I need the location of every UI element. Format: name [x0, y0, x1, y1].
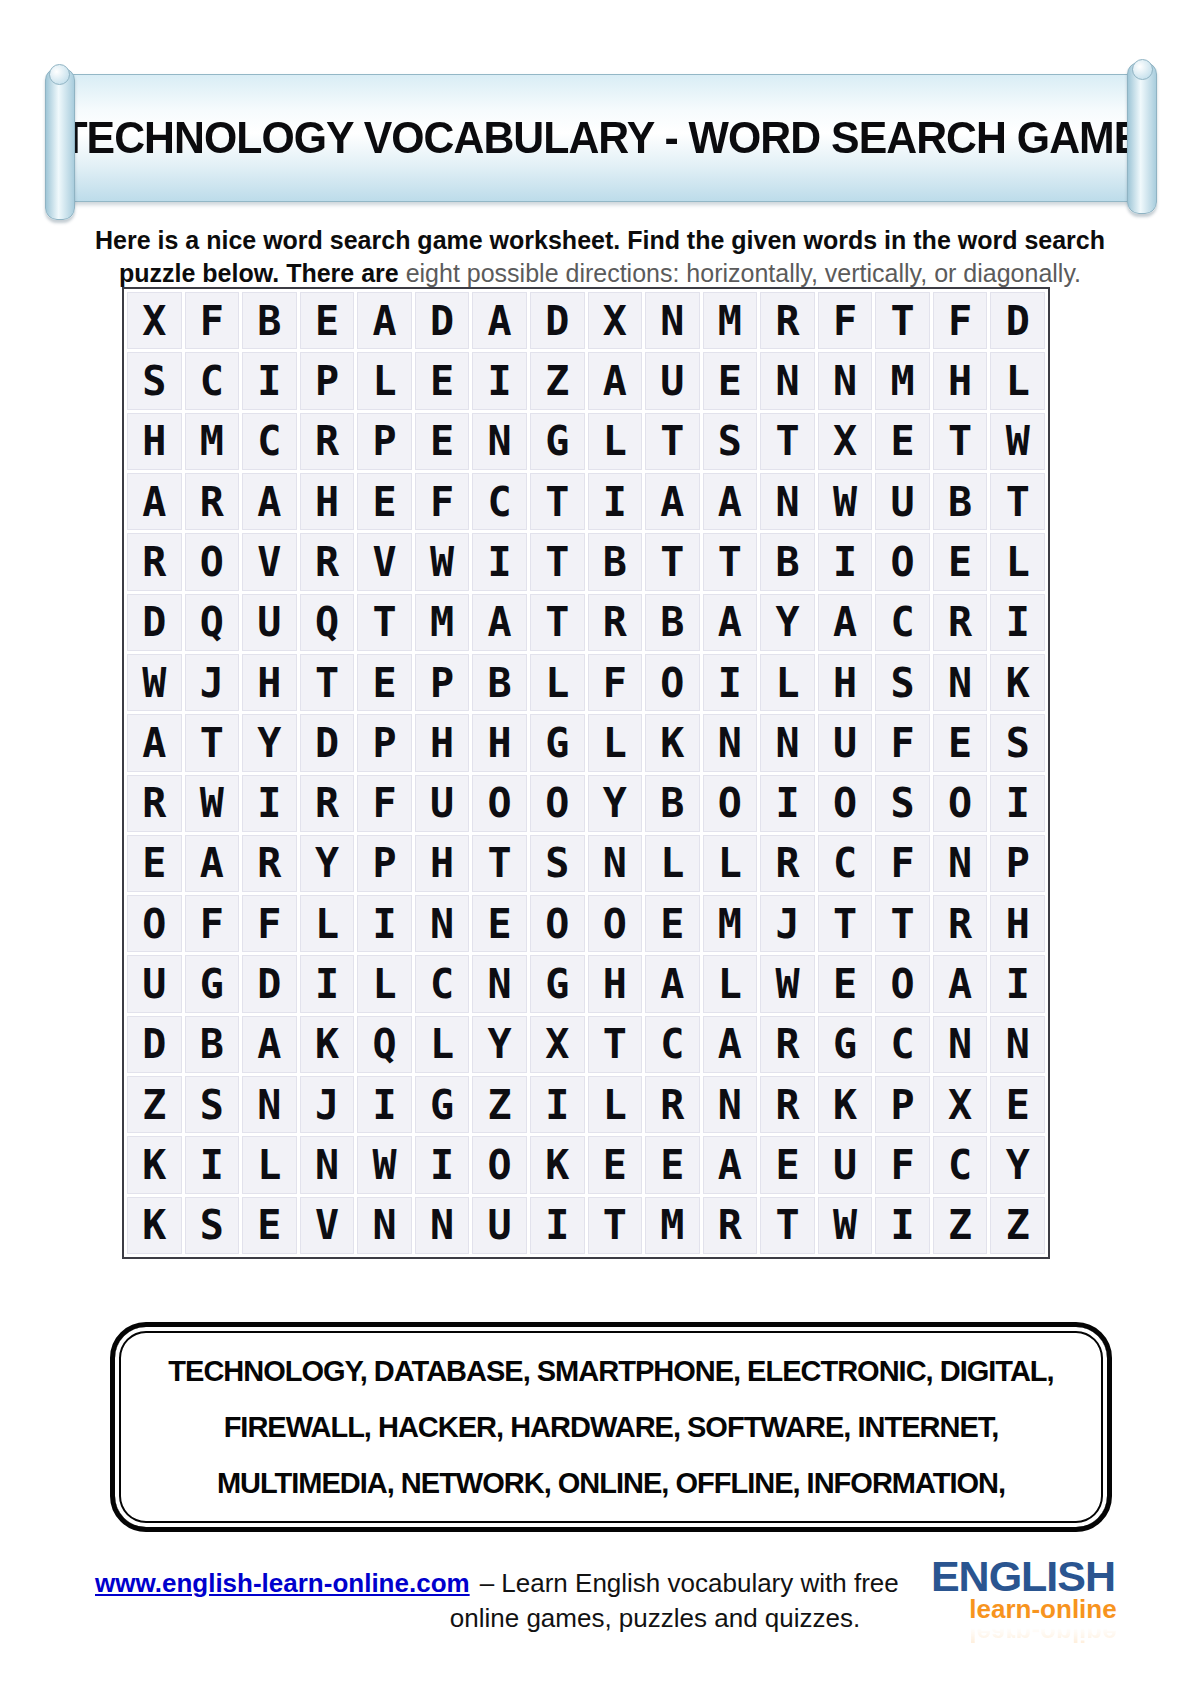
scroll-right-roll [1127, 62, 1157, 214]
grid-cell[interactable]: T [300, 654, 355, 711]
grid-cell[interactable]: P [875, 1076, 930, 1133]
grid-cell[interactable]: L [588, 413, 643, 470]
page-title: TECHNOLOGY VOCABULARY - WORD SEARCH GAME [61, 112, 1141, 164]
grid-cell[interactable]: T [185, 714, 240, 771]
grid-cell[interactable]: X [818, 413, 873, 470]
grid-cell[interactable]: P [415, 654, 470, 711]
grid-cell[interactable]: P [357, 835, 412, 892]
grid-cell[interactable]: D [530, 292, 585, 349]
grid-cell[interactable]: I [242, 352, 297, 409]
website-link[interactable]: www.english-learn-online.com [95, 1568, 470, 1598]
grid-cell[interactable]: A [242, 1016, 297, 1073]
intro-text: Here is a nice word search game workshee… [30, 224, 1170, 290]
grid-cell[interactable]: I [472, 533, 527, 590]
grid-cell[interactable]: A [472, 594, 527, 651]
grid-cell[interactable]: T [760, 413, 815, 470]
grid-cell[interactable]: I [818, 533, 873, 590]
grid-cell[interactable]: E [703, 352, 758, 409]
grid-cell[interactable]: T [588, 1016, 643, 1073]
grid-cell[interactable]: I [875, 1197, 930, 1254]
site-logo: ENGLISH learn-online learn-online [918, 1554, 1128, 1646]
grid-cell[interactable]: M [185, 413, 240, 470]
grid-cell[interactable]: A [242, 473, 297, 530]
word-list-line: TECHNOLOGY, DATABASE, SMARTPHONE, ELECTR… [115, 1343, 1107, 1399]
grid-cell[interactable]: I [990, 775, 1045, 832]
grid-cell[interactable]: A [645, 473, 700, 530]
grid-cell[interactable]: U [472, 1197, 527, 1254]
grid-cell[interactable]: F [185, 292, 240, 349]
grid-cell[interactable]: S [990, 714, 1045, 771]
grid-cell[interactable]: L [357, 352, 412, 409]
word-list-line: MULTIMEDIA, NETWORK, ONLINE, OFFLINE, IN… [115, 1455, 1107, 1511]
grid-cell[interactable]: N [933, 1016, 988, 1073]
grid-cell[interactable]: Q [357, 1016, 412, 1073]
grid-cell[interactable]: Z [530, 352, 585, 409]
grid-cell[interactable]: N [933, 654, 988, 711]
grid-cell[interactable]: U [645, 352, 700, 409]
grid-cell[interactable]: G [818, 1016, 873, 1073]
grid-cell[interactable]: R [242, 835, 297, 892]
logo-reflection: learn-online [918, 1620, 1128, 1646]
grid-cell[interactable]: X [530, 1016, 585, 1073]
grid-cell[interactable]: O [588, 895, 643, 952]
grid-cell[interactable]: U [242, 594, 297, 651]
grid-cell[interactable]: E [933, 533, 988, 590]
grid-cell[interactable]: I [530, 1076, 585, 1133]
grid-cell[interactable]: C [472, 473, 527, 530]
banner-body: TECHNOLOGY VOCABULARY - WORD SEARCH GAME [67, 74, 1135, 202]
grid-cell[interactable]: E [357, 473, 412, 530]
grid-cell[interactable]: G [530, 955, 585, 1012]
grid-cell[interactable]: T [875, 292, 930, 349]
grid-cell[interactable]: E [875, 413, 930, 470]
grid-cell[interactable]: A [588, 352, 643, 409]
grid-cell[interactable]: F [818, 292, 873, 349]
grid-cell[interactable]: K [300, 1016, 355, 1073]
grid-cell[interactable]: O [472, 1136, 527, 1193]
grid-cell[interactable]: M [645, 1197, 700, 1254]
grid-cell[interactable]: D [415, 292, 470, 349]
grid-cell[interactable]: S [185, 1076, 240, 1133]
grid-cell[interactable]: A [933, 955, 988, 1012]
intro-line2-bold: puzzle below. There are [119, 259, 399, 287]
grid-cell[interactable]: I [990, 955, 1045, 1012]
grid-cell[interactable]: W [415, 533, 470, 590]
grid-cell[interactable]: A [703, 473, 758, 530]
grid-cell[interactable]: O [127, 895, 182, 952]
grid-cell[interactable]: A [472, 292, 527, 349]
grid-cell[interactable]: P [300, 352, 355, 409]
grid-cell[interactable]: T [933, 413, 988, 470]
grid-cell[interactable]: T [530, 594, 585, 651]
grid-cell[interactable]: B [645, 775, 700, 832]
grid-cell[interactable]: H [242, 654, 297, 711]
grid-cell[interactable]: W [818, 1197, 873, 1254]
grid-cell[interactable]: L [242, 1136, 297, 1193]
grid-cell[interactable]: L [703, 835, 758, 892]
grid-cell[interactable]: M [703, 895, 758, 952]
grid-cell[interactable]: U [127, 955, 182, 1012]
grid-cell[interactable]: M [875, 352, 930, 409]
grid-cell[interactable]: O [530, 775, 585, 832]
grid-cell[interactable]: I [415, 1136, 470, 1193]
grid-cell[interactable]: W [990, 413, 1045, 470]
grid-cell[interactable]: O [645, 654, 700, 711]
grid-cell[interactable]: E [990, 1076, 1045, 1133]
grid-cell[interactable]: F [185, 895, 240, 952]
grid-cell[interactable]: L [990, 352, 1045, 409]
grid-cell[interactable]: G [530, 413, 585, 470]
grid-cell[interactable]: D [127, 1016, 182, 1073]
grid-cell[interactable]: S [875, 775, 930, 832]
grid-cell[interactable]: N [645, 292, 700, 349]
grid-cell[interactable]: W [185, 775, 240, 832]
grid-cell[interactable]: K [990, 654, 1045, 711]
grid-cell[interactable]: N [818, 352, 873, 409]
grid-cell[interactable]: R [760, 1076, 815, 1133]
grid-cell[interactable]: N [933, 835, 988, 892]
grid-cell[interactable]: A [703, 1016, 758, 1073]
grid-cell[interactable]: R [933, 594, 988, 651]
grid-cell[interactable]: S [185, 1197, 240, 1254]
grid-cell[interactable]: D [127, 594, 182, 651]
intro-line1: Here is a nice word search game workshee… [95, 226, 1105, 254]
grid-cell[interactable]: H [415, 714, 470, 771]
grid-cell[interactable]: I [185, 1136, 240, 1193]
word-list-line: FIREWALL, HACKER, HARDWARE, SOFTWARE, IN… [115, 1399, 1107, 1455]
grid-cell[interactable]: L [415, 1016, 470, 1073]
grid-cell[interactable]: V [357, 533, 412, 590]
grid-cell[interactable]: C [415, 955, 470, 1012]
grid-cell[interactable]: L [760, 654, 815, 711]
footer-line-1: www.english-learn-online.com– Learn Engl… [95, 1568, 910, 1599]
grid-cell[interactable]: E [127, 835, 182, 892]
grid-cell[interactable]: Q [300, 594, 355, 651]
grid-cell[interactable]: O [875, 533, 930, 590]
grid-cell[interactable]: B [472, 654, 527, 711]
grid-cell[interactable]: I [357, 895, 412, 952]
grid-cell[interactable]: E [415, 352, 470, 409]
grid-cell[interactable]: R [127, 775, 182, 832]
grid-cell[interactable]: N [703, 714, 758, 771]
grid-cell[interactable]: Y [242, 714, 297, 771]
grid-cell[interactable]: I [530, 1197, 585, 1254]
grid-cell[interactable]: N [415, 895, 470, 952]
grid-cell[interactable]: Y [300, 835, 355, 892]
grid-cell[interactable]: J [760, 895, 815, 952]
grid-cell[interactable]: I [990, 594, 1045, 651]
grid-cell[interactable]: Y [588, 775, 643, 832]
grid-cell[interactable]: S [127, 352, 182, 409]
grid-cell[interactable]: L [357, 955, 412, 1012]
grid-cell[interactable]: R [760, 292, 815, 349]
grid-cell[interactable]: C [242, 413, 297, 470]
grid-cell[interactable]: N [472, 955, 527, 1012]
word-list-box: TECHNOLOGY, DATABASE, SMARTPHONE, ELECTR… [110, 1322, 1112, 1532]
grid-cell[interactable]: R [300, 533, 355, 590]
grid-cell[interactable]: B [760, 533, 815, 590]
grid-cell[interactable]: E [300, 292, 355, 349]
grid-cell[interactable]: O [703, 775, 758, 832]
grid-cell[interactable]: K [127, 1136, 182, 1193]
grid-cell[interactable]: B [645, 594, 700, 651]
grid-cell[interactable]: A [357, 292, 412, 349]
grid-cell[interactable]: K [530, 1136, 585, 1193]
grid-cell[interactable]: A [185, 835, 240, 892]
grid-cell[interactable]: B [242, 292, 297, 349]
grid-cell[interactable]: L [990, 533, 1045, 590]
title-banner: TECHNOLOGY VOCABULARY - WORD SEARCH GAME [45, 58, 1157, 220]
grid-cell[interactable]: D [242, 955, 297, 1012]
grid-cell[interactable]: Y [990, 1136, 1045, 1193]
grid-cell[interactable]: V [242, 533, 297, 590]
grid-cell[interactable]: Z [990, 1197, 1045, 1254]
footer-tagline-1: – Learn English vocabulary with free [480, 1568, 899, 1598]
grid-cell[interactable]: T [818, 895, 873, 952]
grid-cell[interactable]: C [875, 594, 930, 651]
grid-cell[interactable]: R [760, 835, 815, 892]
grid-cell[interactable]: L [645, 835, 700, 892]
grid-cell[interactable]: C [645, 1016, 700, 1073]
grid-cell[interactable]: C [933, 1136, 988, 1193]
grid-cell[interactable]: F [875, 714, 930, 771]
grid-cell[interactable]: P [357, 714, 412, 771]
grid-cell[interactable]: H [415, 835, 470, 892]
grid-cell[interactable]: K [127, 1197, 182, 1254]
grid-cell[interactable]: I [760, 775, 815, 832]
grid-cell[interactable]: F [875, 835, 930, 892]
grid-cell[interactable]: H [990, 895, 1045, 952]
logo-english-text: ENGLISH [918, 1554, 1128, 1598]
grid-cell[interactable]: T [760, 1197, 815, 1254]
grid-cell[interactable]: N [472, 413, 527, 470]
grid-cell[interactable]: L [530, 654, 585, 711]
grid-cell[interactable]: E [933, 714, 988, 771]
grid-cell[interactable]: R [645, 1076, 700, 1133]
grid-cell[interactable]: N [415, 1197, 470, 1254]
grid-cell[interactable]: N [357, 1197, 412, 1254]
grid-cell[interactable]: L [300, 895, 355, 952]
grid-cell[interactable]: Z [933, 1197, 988, 1254]
grid-cell[interactable]: U [818, 714, 873, 771]
intro-line2-gray: eight possible directions: horizontally,… [399, 259, 1081, 287]
grid-cell[interactable]: T [990, 473, 1045, 530]
footer: www.english-learn-online.com– Learn Engl… [95, 1568, 910, 1634]
grid-cell[interactable]: N [990, 1016, 1045, 1073]
grid-cell[interactable]: E [472, 895, 527, 952]
grid-cell[interactable]: N [242, 1076, 297, 1133]
grid-cell[interactable]: X [933, 1076, 988, 1133]
grid-cell[interactable]: Z [472, 1076, 527, 1133]
grid-cell[interactable]: S [703, 413, 758, 470]
grid-cell[interactable]: O [472, 775, 527, 832]
grid-cell[interactable]: E [645, 895, 700, 952]
grid-cell[interactable]: G [185, 955, 240, 1012]
grid-cell[interactable]: T [645, 533, 700, 590]
grid-cell[interactable]: D [300, 714, 355, 771]
grid-cell[interactable]: R [588, 594, 643, 651]
grid-cell[interactable]: M [703, 292, 758, 349]
grid-cell[interactable]: U [415, 775, 470, 832]
grid-cell[interactable]: F [933, 292, 988, 349]
grid-cell[interactable]: T [530, 533, 585, 590]
grid-cell[interactable]: T [588, 1197, 643, 1254]
scroll-left-roll [45, 68, 75, 220]
grid-cell[interactable]: O [185, 533, 240, 590]
grid-cell[interactable]: A [127, 714, 182, 771]
grid-cell[interactable]: A [645, 955, 700, 1012]
grid-cell[interactable]: V [300, 1197, 355, 1254]
grid-cell[interactable]: Z [127, 1076, 182, 1133]
grid-cell[interactable]: E [645, 1136, 700, 1193]
grid-cell[interactable]: E [242, 1197, 297, 1254]
grid-cell[interactable]: I [588, 473, 643, 530]
grid-cell[interactable]: K [645, 714, 700, 771]
grid-cell[interactable]: T [703, 533, 758, 590]
grid-cell[interactable]: H [588, 955, 643, 1012]
grid-cell[interactable]: C [875, 1016, 930, 1073]
grid-cell[interactable]: Y [472, 1016, 527, 1073]
grid-cell[interactable]: S [875, 654, 930, 711]
grid-cell[interactable]: A [127, 473, 182, 530]
grid-cell[interactable]: H [933, 352, 988, 409]
grid-cell[interactable]: N [588, 835, 643, 892]
grid-cell[interactable]: X [588, 292, 643, 349]
grid-cell[interactable]: H [300, 473, 355, 530]
grid-cell[interactable]: Y [760, 594, 815, 651]
grid-cell[interactable]: F [357, 775, 412, 832]
grid-cell[interactable]: W [760, 955, 815, 1012]
grid-cell[interactable]: N [760, 473, 815, 530]
grid-cell[interactable]: A [703, 1136, 758, 1193]
grid-cell[interactable]: N [300, 1136, 355, 1193]
grid-cell[interactable]: E [588, 1136, 643, 1193]
grid-cell[interactable]: A [703, 594, 758, 651]
grid-cell[interactable]: Q [185, 594, 240, 651]
grid-cell[interactable]: R [300, 413, 355, 470]
grid-cell[interactable]: E [818, 955, 873, 1012]
grid-cell[interactable]: B [588, 533, 643, 590]
grid-cell[interactable]: N [760, 352, 815, 409]
grid-cell[interactable]: J [300, 1076, 355, 1133]
grid-cell[interactable]: O [875, 955, 930, 1012]
grid-cell[interactable]: I [472, 352, 527, 409]
grid-cell[interactable]: G [415, 1076, 470, 1133]
grid-cell[interactable]: N [760, 714, 815, 771]
grid-cell[interactable]: O [530, 895, 585, 952]
grid-cell[interactable]: E [357, 654, 412, 711]
grid-cell[interactable]: U [818, 1136, 873, 1193]
grid-cell[interactable]: M [415, 594, 470, 651]
grid-cell[interactable]: I [242, 775, 297, 832]
grid-cell[interactable]: R [185, 473, 240, 530]
grid-cell[interactable]: P [990, 835, 1045, 892]
grid-cell[interactable]: C [185, 352, 240, 409]
grid-cell[interactable]: E [415, 413, 470, 470]
grid-cell[interactable]: N [703, 1076, 758, 1133]
grid-cell[interactable]: F [588, 654, 643, 711]
grid-cell[interactable]: D [990, 292, 1045, 349]
grid-cell[interactable]: T [472, 835, 527, 892]
grid-cell[interactable]: I [357, 1076, 412, 1133]
grid-cell[interactable]: T [357, 594, 412, 651]
grid-cell[interactable]: E [760, 1136, 815, 1193]
grid-cell[interactable]: K [818, 1076, 873, 1133]
grid-cell[interactable]: H [818, 654, 873, 711]
grid-cell[interactable]: T [645, 413, 700, 470]
grid-cell[interactable]: H [127, 413, 182, 470]
grid-cell[interactable]: W [357, 1136, 412, 1193]
grid-cell[interactable]: R [760, 1016, 815, 1073]
grid-cell[interactable]: S [530, 835, 585, 892]
grid-cell[interactable]: U [875, 473, 930, 530]
grid-cell[interactable]: B [185, 1016, 240, 1073]
grid-cell[interactable]: R [127, 533, 182, 590]
grid-cell[interactable]: F [875, 1136, 930, 1193]
grid-cell[interactable]: W [127, 654, 182, 711]
grid-cell[interactable]: F [242, 895, 297, 952]
grid-cell[interactable]: A [818, 594, 873, 651]
grid-cell[interactable]: P [357, 413, 412, 470]
grid-cell[interactable]: C [818, 835, 873, 892]
grid-cell[interactable]: R [300, 775, 355, 832]
grid-cell[interactable]: G [530, 714, 585, 771]
grid-cell[interactable]: X [127, 292, 182, 349]
grid-cell[interactable]: L [588, 1076, 643, 1133]
grid-cell[interactable]: I [703, 654, 758, 711]
grid-cell[interactable]: O [933, 775, 988, 832]
grid-cell[interactable]: O [818, 775, 873, 832]
footer-tagline-2: online games, puzzles and quizzes. [400, 1603, 910, 1634]
grid-cell[interactable]: R [703, 1197, 758, 1254]
grid-cell[interactable]: B [933, 473, 988, 530]
grid-cell[interactable]: T [875, 895, 930, 952]
grid-cell[interactable]: H [472, 714, 527, 771]
grid-cell[interactable]: T [530, 473, 585, 530]
grid-cell[interactable]: L [703, 955, 758, 1012]
grid-cell[interactable]: W [818, 473, 873, 530]
grid-cell[interactable]: L [588, 714, 643, 771]
grid-cell[interactable]: I [300, 955, 355, 1012]
grid-cell[interactable]: J [185, 654, 240, 711]
word-search-grid: XFBEADADXNMRFTFDSCIPLEIZAUENNMHLHMCRPENG… [122, 287, 1050, 1259]
grid-cell[interactable]: R [933, 895, 988, 952]
grid-cell[interactable]: F [415, 473, 470, 530]
